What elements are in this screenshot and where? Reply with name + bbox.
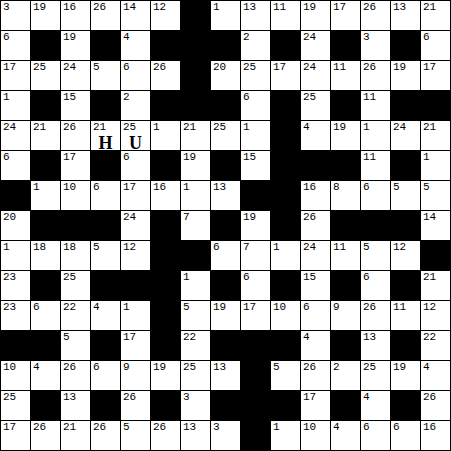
black-cell xyxy=(331,31,360,60)
letter-cell[interactable]: 12 xyxy=(421,301,450,330)
letter-cell[interactable]: 26 xyxy=(151,61,180,90)
letter-cell[interactable]: 10 xyxy=(1,361,30,390)
letter-cell[interactable]: 1 xyxy=(241,121,270,150)
letter-cell[interactable]: 1 xyxy=(1,241,30,270)
cell-number: 21 xyxy=(63,421,76,433)
letter-cell[interactable]: 8 xyxy=(331,181,360,210)
letter-cell[interactable]: 5 xyxy=(121,421,150,450)
cell-number: 13 xyxy=(393,1,406,13)
cell-number: 15 xyxy=(243,151,256,163)
cell-number: 1 xyxy=(243,121,250,133)
cell-number: 10 xyxy=(273,301,286,313)
cell-number: 4 xyxy=(333,421,340,433)
letter-cell[interactable]: 24 xyxy=(301,61,330,90)
letter-cell[interactable]: 11 xyxy=(361,91,390,120)
letter-cell[interactable]: 25 xyxy=(61,271,90,300)
letter-cell[interactable]: 26 xyxy=(301,361,330,390)
cell-number: 6 xyxy=(33,301,40,313)
black-cell xyxy=(271,331,300,360)
letter-cell[interactable]: 10 xyxy=(301,421,330,450)
letter-cell[interactable]: 21 xyxy=(61,421,90,450)
letter-cell[interactable]: 6 xyxy=(1,31,30,60)
letter-cell[interactable]: 19 xyxy=(391,361,420,390)
cell-number: 1 xyxy=(183,271,190,283)
black-cell xyxy=(151,241,180,270)
cell-number: 16 xyxy=(153,181,166,193)
letter-cell[interactable]: 6 xyxy=(31,301,60,330)
cell-number: 1 xyxy=(273,241,280,253)
letter-cell[interactable]: 2 xyxy=(121,91,150,120)
black-cell xyxy=(241,391,270,420)
letter-cell[interactable]: 22 xyxy=(181,331,210,360)
letter-cell[interactable]: 16 xyxy=(151,181,180,210)
letter-cell[interactable]: 10 xyxy=(271,301,300,330)
letter-cell[interactable]: 11 xyxy=(331,241,360,270)
black-cell xyxy=(31,91,60,120)
cell-number: 17 xyxy=(63,151,76,163)
letter-cell[interactable]: 22 xyxy=(421,331,450,360)
letter-cell[interactable]: 4 xyxy=(91,301,120,330)
letter-cell[interactable]: 25U xyxy=(121,121,150,150)
black-cell xyxy=(211,91,240,120)
black-cell xyxy=(211,391,240,420)
letter-cell[interactable]: 24 xyxy=(301,241,330,270)
cell-number: 17 xyxy=(333,1,346,13)
cell-number: 3 xyxy=(363,31,370,43)
letter-cell[interactable]: 6 xyxy=(121,151,150,180)
cell-number: 16 xyxy=(423,421,436,433)
letter-cell[interactable]: 17 xyxy=(1,421,30,450)
black-cell xyxy=(271,31,300,60)
letter-cell[interactable]: 5 xyxy=(271,361,300,390)
letter-cell[interactable]: 4 xyxy=(121,31,150,60)
letter-cell[interactable]: 7 xyxy=(181,211,210,240)
letter-cell[interactable]: 5 xyxy=(91,61,120,90)
black-cell xyxy=(31,211,60,240)
letter-cell[interactable]: 24 xyxy=(1,121,30,150)
cell-number: 3 xyxy=(3,1,10,13)
letter-cell[interactable]: 13 xyxy=(181,421,210,450)
black-cell xyxy=(31,331,60,360)
cell-number: 1 xyxy=(213,1,220,13)
letter-cell[interactable]: 26 xyxy=(91,1,120,30)
letter-cell[interactable]: 13 xyxy=(211,361,240,390)
letter-cell[interactable]: 3 xyxy=(1,1,30,30)
black-cell xyxy=(301,151,330,180)
cell-number: 21 xyxy=(423,271,436,283)
black-cell xyxy=(271,91,300,120)
letter-cell[interactable]: 3 xyxy=(181,391,210,420)
cell-number: 5 xyxy=(423,181,430,193)
cell-number: 15 xyxy=(63,91,76,103)
letter-cell[interactable]: 19 xyxy=(31,1,60,30)
cell-number: 13 xyxy=(243,1,256,13)
letter-cell[interactable]: 19 xyxy=(331,121,360,150)
letter-cell[interactable]: 13 xyxy=(211,181,240,210)
cell-number: 5 xyxy=(393,181,400,193)
letter-cell[interactable]: 6 xyxy=(1,151,30,180)
letter-cell[interactable]: 26 xyxy=(151,421,180,450)
letter-cell[interactable]: 17 xyxy=(121,331,150,360)
cell-number: 1 xyxy=(33,181,40,193)
letter-cell[interactable]: 18 xyxy=(61,241,90,270)
letter-cell[interactable]: 1 xyxy=(271,241,300,270)
letter-cell[interactable]: 19 xyxy=(211,301,240,330)
black-cell xyxy=(331,151,360,180)
letter-cell[interactable]: 3 xyxy=(211,421,240,450)
letter-cell[interactable]: 10 xyxy=(61,181,90,210)
letter-cell[interactable]: 26 xyxy=(421,391,450,420)
cell-number: 25 xyxy=(123,121,136,133)
letter-cell[interactable]: 6 xyxy=(301,301,330,330)
black-cell xyxy=(391,31,420,60)
letter-cell[interactable]: 17 xyxy=(301,391,330,420)
cell-number: 17 xyxy=(123,181,136,193)
letter-cell[interactable]: 1 xyxy=(151,121,180,150)
letter-cell[interactable]: 12 xyxy=(151,1,180,30)
letter-cell[interactable]: 11 xyxy=(391,301,420,330)
black-cell xyxy=(1,331,30,360)
letter-cell[interactable]: 6 xyxy=(421,31,450,60)
letter-cell[interactable]: 23 xyxy=(1,301,30,330)
letter-cell[interactable]: 1 xyxy=(121,301,150,330)
black-cell xyxy=(271,271,300,300)
letter-cell[interactable]: 4 xyxy=(301,121,330,150)
cell-number: 17 xyxy=(273,61,286,73)
letter-cell[interactable]: 21 xyxy=(181,121,210,150)
cell-number: 6 xyxy=(93,361,100,373)
cell-number: 11 xyxy=(393,301,406,313)
letter-cell[interactable]: 19 xyxy=(391,61,420,90)
black-cell xyxy=(331,211,360,240)
black-cell xyxy=(91,31,120,60)
letter-cell[interactable]: 25 xyxy=(1,391,30,420)
cell-number: 25 xyxy=(243,61,256,73)
cell-number: 6 xyxy=(303,301,310,313)
cell-number: 8 xyxy=(333,181,340,193)
letter-cell[interactable]: 6 xyxy=(391,421,420,450)
cell-number: 1 xyxy=(183,181,190,193)
letter-cell[interactable]: 19 xyxy=(61,31,90,60)
letter-cell[interactable]: 19 xyxy=(181,151,210,180)
letter-cell[interactable]: 14 xyxy=(421,211,450,240)
letter-cell[interactable]: 24 xyxy=(301,31,330,60)
cell-number: 14 xyxy=(423,211,436,223)
letter-cell[interactable]: 13 xyxy=(391,1,420,30)
letter-cell[interactable]: 26 xyxy=(121,391,150,420)
filled-letter: U xyxy=(121,134,150,150)
letter-cell[interactable]: 5 xyxy=(181,301,210,330)
cell-number: 4 xyxy=(123,31,130,43)
letter-cell[interactable]: 25 xyxy=(181,361,210,390)
black-cell xyxy=(151,31,180,60)
cell-number: 19 xyxy=(213,301,226,313)
cell-number: 19 xyxy=(393,361,406,373)
cell-number: 24 xyxy=(303,61,316,73)
cell-number: 2 xyxy=(243,31,250,43)
letter-cell[interactable]: 12 xyxy=(391,241,420,270)
letter-cell[interactable]: 17 xyxy=(61,151,90,180)
cell-number: 1 xyxy=(423,151,430,163)
cell-number: 11 xyxy=(333,61,346,73)
letter-cell[interactable]: 17 xyxy=(241,301,270,330)
black-cell xyxy=(151,271,180,300)
letter-cell[interactable]: 5 xyxy=(421,181,450,210)
cell-number: 10 xyxy=(303,421,316,433)
letter-cell[interactable]: 25 xyxy=(241,61,270,90)
black-cell xyxy=(91,91,120,120)
letter-cell[interactable]: 17 xyxy=(331,1,360,30)
cell-number: 19 xyxy=(393,61,406,73)
cell-number: 17 xyxy=(243,301,256,313)
cell-number: 26 xyxy=(93,1,106,13)
black-cell xyxy=(331,331,360,360)
black-cell xyxy=(211,271,240,300)
cell-number: 26 xyxy=(63,121,76,133)
letter-cell[interactable]: 4 xyxy=(361,391,390,420)
black-cell xyxy=(181,91,210,120)
cell-number: 19 xyxy=(243,211,256,223)
letter-cell[interactable]: 6 xyxy=(91,361,120,390)
cell-number: 13 xyxy=(213,361,226,373)
cell-number: 19 xyxy=(33,1,46,13)
cell-number: 16 xyxy=(63,1,76,13)
letter-cell[interactable]: 19 xyxy=(241,211,270,240)
cell-number: 24 xyxy=(63,61,76,73)
letter-cell[interactable]: 21 xyxy=(421,1,450,30)
letter-cell[interactable]: 6 xyxy=(121,61,150,90)
cell-number: 17 xyxy=(303,391,316,403)
letter-cell[interactable]: 12 xyxy=(121,241,150,270)
letter-cell[interactable]: 23 xyxy=(1,271,30,300)
letter-cell[interactable]: 5 xyxy=(91,241,120,270)
letter-cell[interactable]: 16 xyxy=(301,181,330,210)
black-cell xyxy=(391,391,420,420)
letter-cell[interactable]: 15 xyxy=(301,271,330,300)
black-cell xyxy=(391,211,420,240)
letter-cell[interactable]: 25 xyxy=(211,121,240,150)
letter-cell[interactable]: 20 xyxy=(211,61,240,90)
letter-cell[interactable]: 7 xyxy=(241,241,270,270)
letter-cell[interactable]: 4 xyxy=(421,361,450,390)
letter-cell[interactable]: 26 xyxy=(91,421,120,450)
cell-number: 17 xyxy=(423,61,436,73)
black-cell xyxy=(91,151,120,180)
letter-cell[interactable]: 1 xyxy=(271,421,300,450)
letter-cell[interactable]: 1 xyxy=(421,151,450,180)
letter-cell[interactable]: 3 xyxy=(361,31,390,60)
letter-cell[interactable]: 25 xyxy=(301,91,330,120)
cell-number: 22 xyxy=(423,331,436,343)
letter-cell[interactable]: 11 xyxy=(271,1,300,30)
letter-cell[interactable]: 25 xyxy=(361,361,390,390)
letter-cell[interactable]: 15 xyxy=(61,91,90,120)
black-cell xyxy=(31,271,60,300)
black-cell xyxy=(331,271,360,300)
filled-letter: H xyxy=(91,134,120,150)
cell-number: 26 xyxy=(363,1,376,13)
letter-cell[interactable]: 6 xyxy=(211,241,240,270)
letter-cell[interactable]: 21 xyxy=(421,271,450,300)
black-cell xyxy=(211,211,240,240)
cell-number: 26 xyxy=(153,61,166,73)
letter-cell[interactable]: 17 xyxy=(1,61,30,90)
cell-number: 2 xyxy=(123,91,130,103)
cell-number: 25 xyxy=(33,61,46,73)
letter-cell[interactable]: 21 xyxy=(421,121,450,150)
letter-cell[interactable]: 2 xyxy=(331,361,360,390)
letter-cell[interactable]: 26 xyxy=(61,121,90,150)
letter-cell[interactable]: 13 xyxy=(241,1,270,30)
letter-cell[interactable]: 11 xyxy=(331,61,360,90)
cell-number: 6 xyxy=(123,151,130,163)
letter-cell[interactable]: 17 xyxy=(271,61,300,90)
letter-cell[interactable]: 9 xyxy=(331,301,360,330)
letter-cell[interactable]: 26 xyxy=(361,301,390,330)
letter-cell[interactable]: 19 xyxy=(301,1,330,30)
cell-number: 12 xyxy=(393,241,406,253)
letter-cell[interactable]: 20 xyxy=(1,211,30,240)
cell-number: 11 xyxy=(273,1,286,13)
black-cell xyxy=(241,421,270,450)
letter-cell[interactable]: 19 xyxy=(151,361,180,390)
cell-number: 18 xyxy=(63,241,76,253)
cell-number: 3 xyxy=(213,421,220,433)
letter-cell[interactable]: 26 xyxy=(31,421,60,450)
cell-number: 7 xyxy=(183,211,190,223)
black-cell xyxy=(241,181,270,210)
letter-cell[interactable]: 13 xyxy=(361,331,390,360)
cell-number: 24 xyxy=(303,241,316,253)
letter-cell[interactable]: 26 xyxy=(361,1,390,30)
black-cell xyxy=(151,331,180,360)
black-cell xyxy=(241,331,270,360)
cell-number: 6 xyxy=(423,31,430,43)
letter-cell[interactable]: 6 xyxy=(361,181,390,210)
letter-cell[interactable]: 24 xyxy=(121,211,150,240)
black-cell xyxy=(391,271,420,300)
letter-cell[interactable]: 6 xyxy=(241,271,270,300)
cell-number: 17 xyxy=(3,421,16,433)
letter-cell[interactable]: 26 xyxy=(301,211,330,240)
cell-number: 26 xyxy=(93,421,106,433)
black-cell xyxy=(91,391,120,420)
cell-number: 13 xyxy=(63,391,76,403)
cell-number: 22 xyxy=(63,301,76,313)
cell-number: 20 xyxy=(213,61,226,73)
letter-cell[interactable]: 24 xyxy=(391,121,420,150)
black-cell xyxy=(181,1,210,30)
cell-number: 4 xyxy=(363,391,370,403)
letter-cell[interactable]: 21H xyxy=(91,121,120,150)
cell-number: 9 xyxy=(123,361,130,373)
letter-cell[interactable]: 13 xyxy=(61,391,90,420)
letter-cell[interactable]: 1 xyxy=(181,181,210,210)
cell-number: 19 xyxy=(333,121,346,133)
black-cell xyxy=(91,271,120,300)
cell-number: 25 xyxy=(63,271,76,283)
letter-cell[interactable]: 1 xyxy=(31,181,60,210)
letter-cell[interactable]: 6 xyxy=(361,271,390,300)
cell-number: 5 xyxy=(93,61,100,73)
cell-number: 4 xyxy=(423,361,430,373)
black-cell xyxy=(361,211,390,240)
cell-number: 26 xyxy=(123,391,136,403)
black-cell xyxy=(151,301,180,330)
cell-number: 1 xyxy=(3,91,10,103)
cell-number: 6 xyxy=(363,421,370,433)
cell-number: 4 xyxy=(303,331,310,343)
letter-cell[interactable]: 9 xyxy=(121,361,150,390)
letter-cell[interactable]: 5 xyxy=(61,331,90,360)
black-cell xyxy=(181,61,210,90)
letter-cell[interactable]: 6 xyxy=(361,421,390,450)
letter-cell[interactable]: 5 xyxy=(361,241,390,270)
cell-number: 21 xyxy=(423,1,436,13)
cell-number: 22 xyxy=(183,331,196,343)
cell-number: 13 xyxy=(183,421,196,433)
black-cell xyxy=(31,31,60,60)
letter-cell[interactable]: 17 xyxy=(121,181,150,210)
letter-cell[interactable]: 25 xyxy=(31,61,60,90)
letter-cell[interactable]: 16 xyxy=(61,1,90,30)
black-cell xyxy=(241,361,270,390)
black-cell xyxy=(391,151,420,180)
cell-number: 21 xyxy=(93,121,106,133)
cell-number: 24 xyxy=(123,211,136,223)
cell-number: 6 xyxy=(393,421,400,433)
cell-number: 3 xyxy=(183,391,190,403)
cell-number: 1 xyxy=(363,121,370,133)
cell-number: 19 xyxy=(303,1,316,13)
letter-cell[interactable]: 21 xyxy=(31,121,60,150)
black-cell xyxy=(271,181,300,210)
cell-number: 6 xyxy=(123,61,130,73)
letter-cell[interactable]: 17 xyxy=(421,61,450,90)
letter-cell[interactable]: 14 xyxy=(121,1,150,30)
cell-number: 1 xyxy=(273,421,280,433)
letter-cell[interactable]: 1 xyxy=(1,91,30,120)
cell-number: 23 xyxy=(3,271,16,283)
letter-cell[interactable]: 22 xyxy=(61,301,90,330)
letter-cell[interactable]: 1 xyxy=(181,271,210,300)
black-cell xyxy=(271,121,300,150)
letter-cell[interactable]: 4 xyxy=(331,421,360,450)
letter-cell[interactable]: 4 xyxy=(301,331,330,360)
cell-number: 1 xyxy=(123,301,130,313)
letter-cell[interactable]: 2 xyxy=(241,31,270,60)
letter-cell[interactable]: 26 xyxy=(361,61,390,90)
letter-cell[interactable]: 24 xyxy=(61,61,90,90)
cell-number: 21 xyxy=(33,121,46,133)
letter-cell[interactable]: 4 xyxy=(31,361,60,390)
black-cell xyxy=(181,241,210,270)
letter-cell[interactable]: 1 xyxy=(211,1,240,30)
letter-cell[interactable]: 5 xyxy=(391,181,420,210)
letter-cell[interactable]: 15 xyxy=(241,151,270,180)
black-cell xyxy=(31,391,60,420)
letter-cell[interactable]: 18 xyxy=(31,241,60,270)
letter-cell[interactable]: 26 xyxy=(61,361,90,390)
letter-cell[interactable]: 16 xyxy=(421,421,450,450)
black-cell xyxy=(211,331,240,360)
cell-number: 19 xyxy=(153,361,166,373)
letter-cell[interactable]: 6 xyxy=(91,181,120,210)
letter-cell[interactable]: 1 xyxy=(361,121,390,150)
letter-cell[interactable]: 11 xyxy=(361,151,390,180)
cell-number: 5 xyxy=(183,301,190,313)
letter-cell[interactable]: 6 xyxy=(241,91,270,120)
